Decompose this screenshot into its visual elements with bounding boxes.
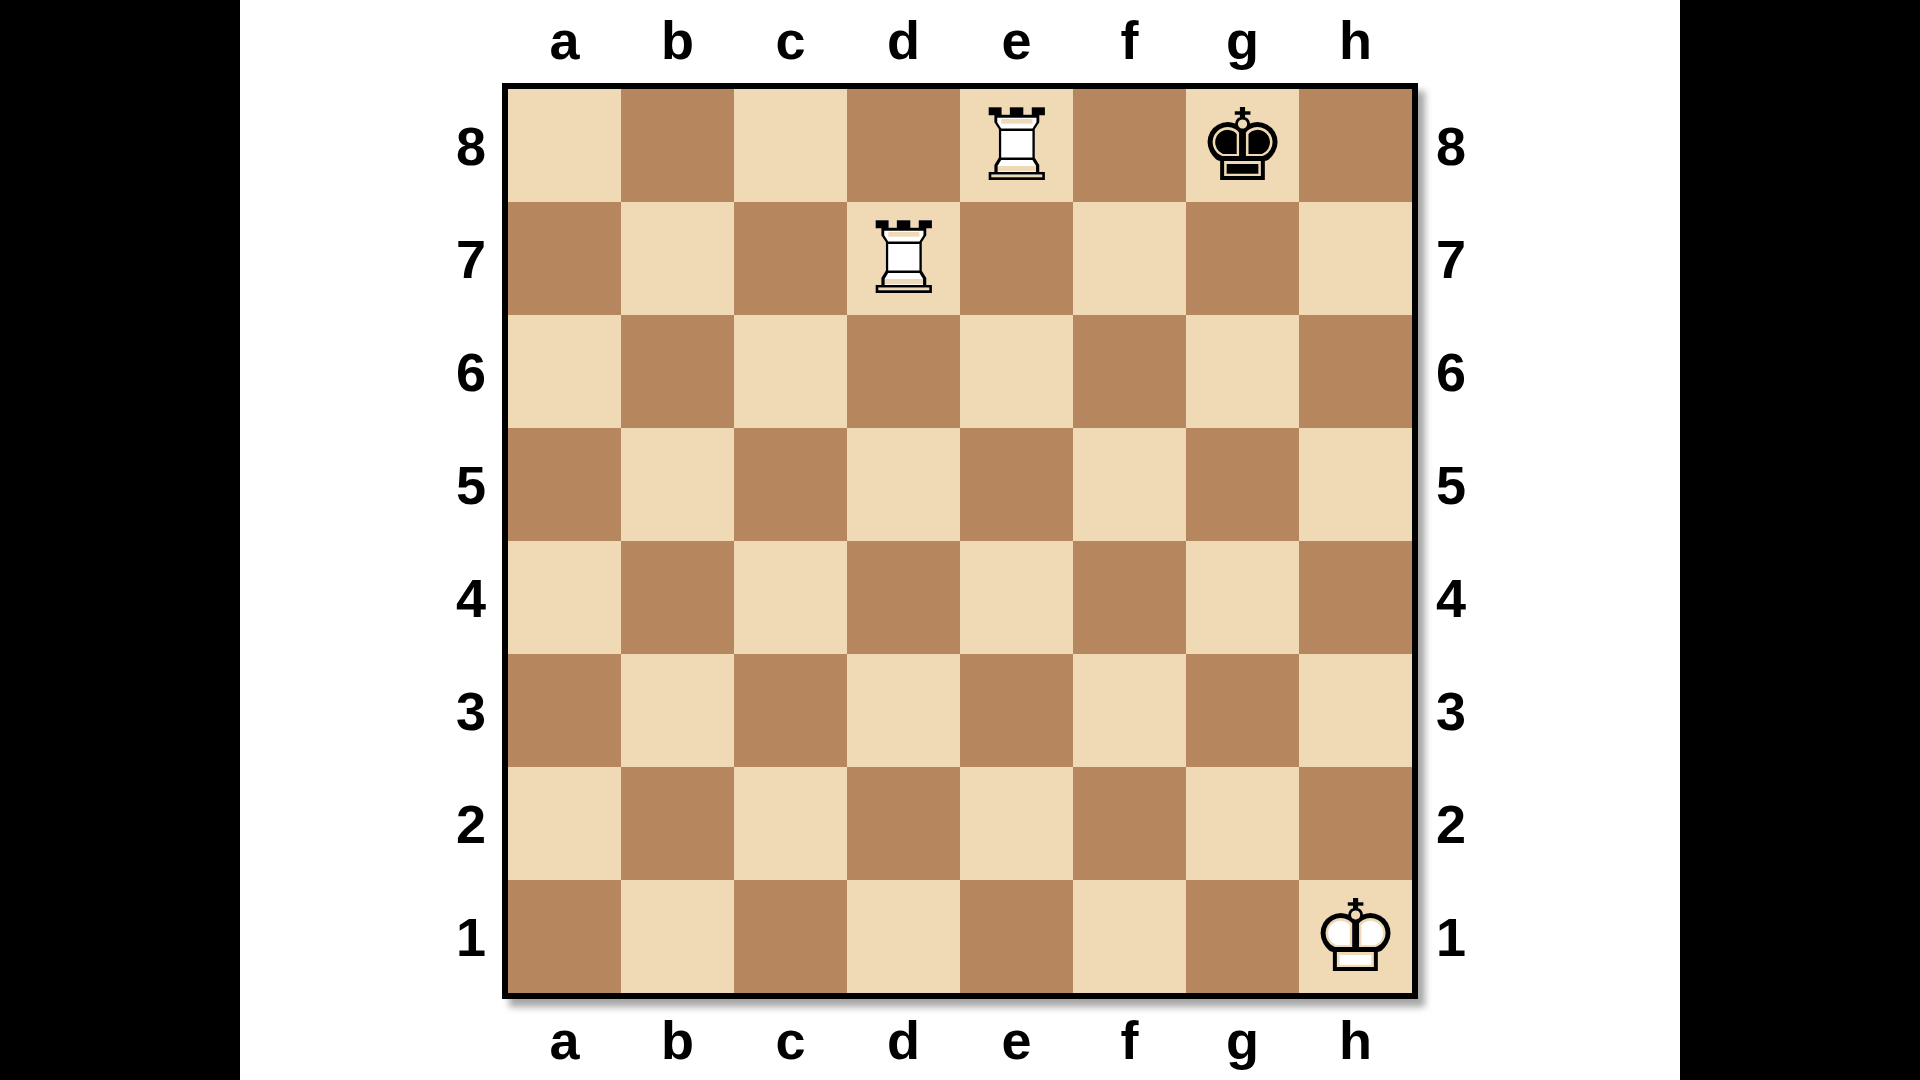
file-label-f: f: [1073, 0, 1186, 80]
rank-label-7: 7: [240, 202, 502, 315]
square-h2[interactable]: [1299, 767, 1412, 880]
square-d8[interactable]: [847, 89, 960, 202]
rank-label-3: 3: [240, 654, 502, 767]
square-c7[interactable]: [734, 202, 847, 315]
rank-label-5: 5: [240, 428, 502, 541]
rank-label-3: 3: [1418, 654, 1680, 767]
square-a4[interactable]: [508, 541, 621, 654]
square-g6[interactable]: [1186, 315, 1299, 428]
rank-labels-left: 87654321: [240, 89, 502, 993]
file-label-d: d: [847, 0, 960, 80]
chess-diagram: abcdefgh 87654321 ♜♖♚♜♖♚♔ 87654321 abcde…: [240, 0, 1680, 1080]
pillarbox-left: [0, 0, 240, 1080]
rank-label-4: 4: [240, 541, 502, 654]
rank-label-2: 2: [1418, 767, 1680, 880]
rank-labels-right: 87654321: [1418, 89, 1680, 993]
file-label-f: f: [1073, 1000, 1186, 1080]
square-a7[interactable]: [508, 202, 621, 315]
square-e5[interactable]: [960, 428, 1073, 541]
square-e1[interactable]: [960, 880, 1073, 993]
file-label-e: e: [960, 1000, 1073, 1080]
square-e6[interactable]: [960, 315, 1073, 428]
file-label-a: a: [508, 1000, 621, 1080]
square-e3[interactable]: [960, 654, 1073, 767]
square-d6[interactable]: [847, 315, 960, 428]
square-c1[interactable]: [734, 880, 847, 993]
square-d2[interactable]: [847, 767, 960, 880]
file-label-d: d: [847, 1000, 960, 1080]
square-f3[interactable]: [1073, 654, 1186, 767]
square-f2[interactable]: [1073, 767, 1186, 880]
square-h6[interactable]: [1299, 315, 1412, 428]
rank-label-8: 8: [1418, 89, 1680, 202]
piece-outline-layer: ♖: [847, 202, 960, 315]
square-h5[interactable]: [1299, 428, 1412, 541]
file-label-b: b: [621, 0, 734, 80]
square-f5[interactable]: [1073, 428, 1186, 541]
square-a1[interactable]: [508, 880, 621, 993]
square-d1[interactable]: [847, 880, 960, 993]
square-c5[interactable]: [734, 428, 847, 541]
square-b3[interactable]: [621, 654, 734, 767]
square-a6[interactable]: [508, 315, 621, 428]
square-b7[interactable]: [621, 202, 734, 315]
square-g7[interactable]: [1186, 202, 1299, 315]
rank-label-5: 5: [1418, 428, 1680, 541]
square-g3[interactable]: [1186, 654, 1299, 767]
square-g2[interactable]: [1186, 767, 1299, 880]
square-c2[interactable]: [734, 767, 847, 880]
square-a2[interactable]: [508, 767, 621, 880]
square-e4[interactable]: [960, 541, 1073, 654]
square-d5[interactable]: [847, 428, 960, 541]
rank-label-8: 8: [240, 89, 502, 202]
square-c8[interactable]: [734, 89, 847, 202]
rank-label-1: 1: [240, 880, 502, 993]
square-h3[interactable]: [1299, 654, 1412, 767]
square-b8[interactable]: [621, 89, 734, 202]
square-h8[interactable]: [1299, 89, 1412, 202]
square-d3[interactable]: [847, 654, 960, 767]
file-label-e: e: [960, 0, 1073, 80]
square-a3[interactable]: [508, 654, 621, 767]
black-king[interactable]: ♚: [1186, 89, 1299, 202]
pillarbox-right: [1680, 0, 1920, 1080]
square-e8[interactable]: ♜♖: [960, 89, 1073, 202]
file-label-h: h: [1299, 0, 1412, 80]
white-king[interactable]: ♚♔: [1299, 880, 1412, 993]
square-b6[interactable]: [621, 315, 734, 428]
square-g8[interactable]: ♚: [1186, 89, 1299, 202]
chess-board: ♜♖♚♜♖♚♔: [502, 83, 1418, 999]
square-f8[interactable]: [1073, 89, 1186, 202]
square-h7[interactable]: [1299, 202, 1412, 315]
square-c6[interactable]: [734, 315, 847, 428]
square-f7[interactable]: [1073, 202, 1186, 315]
square-h4[interactable]: [1299, 541, 1412, 654]
rank-label-4: 4: [1418, 541, 1680, 654]
piece-fill-layer: ♚: [1186, 89, 1299, 202]
square-b4[interactable]: [621, 541, 734, 654]
white-rook[interactable]: ♜♖: [960, 89, 1073, 202]
file-label-g: g: [1186, 0, 1299, 80]
square-a8[interactable]: [508, 89, 621, 202]
file-label-b: b: [621, 1000, 734, 1080]
square-d4[interactable]: [847, 541, 960, 654]
square-b5[interactable]: [621, 428, 734, 541]
square-b2[interactable]: [621, 767, 734, 880]
square-g4[interactable]: [1186, 541, 1299, 654]
rank-label-6: 6: [240, 315, 502, 428]
white-rook[interactable]: ♜♖: [847, 202, 960, 315]
rank-label-2: 2: [240, 767, 502, 880]
square-f1[interactable]: [1073, 880, 1186, 993]
square-c3[interactable]: [734, 654, 847, 767]
file-label-c: c: [734, 1000, 847, 1080]
file-labels-bottom: abcdefgh: [508, 1000, 1412, 1080]
rank-label-6: 6: [1418, 315, 1680, 428]
rank-label-7: 7: [1418, 202, 1680, 315]
file-label-g: g: [1186, 1000, 1299, 1080]
square-d7[interactable]: ♜♖: [847, 202, 960, 315]
square-g5[interactable]: [1186, 428, 1299, 541]
square-c4[interactable]: [734, 541, 847, 654]
square-e7[interactable]: [960, 202, 1073, 315]
square-h1[interactable]: ♚♔: [1299, 880, 1412, 993]
file-label-c: c: [734, 0, 847, 80]
rank-label-1: 1: [1418, 880, 1680, 993]
piece-outline-layer: ♖: [960, 89, 1073, 202]
file-label-a: a: [508, 0, 621, 80]
file-labels-top: abcdefgh: [508, 0, 1412, 80]
square-f6[interactable]: [1073, 315, 1186, 428]
square-g1[interactable]: [1186, 880, 1299, 993]
file-label-h: h: [1299, 1000, 1412, 1080]
square-a5[interactable]: [508, 428, 621, 541]
piece-outline-layer: ♔: [1299, 880, 1412, 993]
square-e2[interactable]: [960, 767, 1073, 880]
square-b1[interactable]: [621, 880, 734, 993]
square-f4[interactable]: [1073, 541, 1186, 654]
